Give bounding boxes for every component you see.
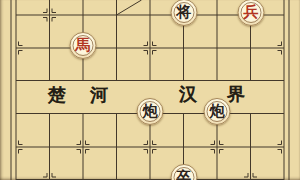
red-soldier[interactable]: 兵 (237, 0, 264, 26)
board-intersections: 将兵馬炮炮卒 (16, 15, 284, 180)
black-cannon[interactable]: 炮 (137, 98, 164, 125)
xiangqi-board: 楚 河 汉 界 将兵馬炮炮卒 (0, 0, 300, 180)
red-horse[interactable]: 馬 (70, 32, 97, 59)
black-soldier[interactable]: 卒 (170, 164, 197, 180)
black-general[interactable]: 将 (170, 0, 197, 26)
black-cannon[interactable]: 炮 (204, 98, 231, 125)
